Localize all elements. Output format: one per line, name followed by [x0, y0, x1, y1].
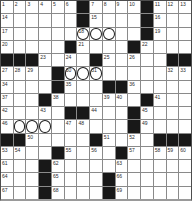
clue-number: 34	[2, 81, 8, 87]
cell[interactable]	[14, 107, 26, 119]
cell[interactable]: 18	[77, 28, 89, 40]
clue-number: 18	[78, 28, 84, 34]
black-cell	[39, 94, 51, 106]
cell[interactable]	[26, 14, 38, 26]
cell[interactable]	[52, 41, 64, 53]
black-cell	[141, 28, 153, 40]
cell[interactable]	[154, 41, 166, 53]
cell[interactable]	[14, 28, 26, 40]
black-cell	[167, 54, 179, 66]
clue-number: 31	[91, 67, 97, 73]
cell[interactable]: 59	[167, 147, 179, 159]
clue-number: 22	[142, 41, 148, 47]
clue-number: 43	[40, 107, 46, 113]
clue-number: 63	[117, 160, 123, 166]
cell[interactable]: 47	[65, 120, 77, 132]
cell[interactable]	[179, 173, 191, 185]
black-cell	[77, 1, 89, 13]
cell[interactable]: 36	[128, 81, 140, 93]
cell[interactable]	[141, 67, 153, 79]
circle-marker	[26, 120, 38, 132]
cell[interactable]: 6	[65, 1, 77, 13]
cell[interactable]	[179, 120, 191, 132]
cell[interactable]: 56	[90, 147, 102, 159]
cell[interactable]	[90, 160, 102, 172]
cell[interactable]	[77, 187, 89, 199]
cell[interactable]	[128, 187, 140, 199]
cell[interactable]: 50	[26, 134, 38, 146]
clue-number: 55	[66, 147, 72, 153]
clue-number: 50	[27, 134, 33, 140]
clue-number: 59	[168, 147, 174, 153]
cell[interactable]: 69	[116, 187, 128, 199]
clue-number: 7	[91, 1, 94, 7]
cell[interactable]: 40	[116, 94, 128, 106]
black-cell	[179, 134, 191, 146]
black-cell	[167, 134, 179, 146]
cell[interactable]	[39, 147, 51, 159]
cell[interactable]	[26, 41, 38, 53]
cell[interactable]: 24	[65, 54, 77, 66]
cell[interactable]	[14, 120, 26, 132]
cell[interactable]	[167, 187, 179, 199]
cell[interactable]: 60	[179, 147, 191, 159]
clue-number: 10	[129, 1, 135, 7]
cell[interactable]	[77, 173, 89, 185]
cell[interactable]	[14, 160, 26, 172]
cell[interactable]	[116, 28, 128, 40]
cell[interactable]	[103, 107, 115, 119]
cell[interactable]	[77, 147, 89, 159]
cell[interactable]	[26, 94, 38, 106]
cell[interactable]	[26, 81, 38, 93]
cell[interactable]: 21	[77, 41, 89, 53]
black-cell	[52, 81, 64, 93]
cell[interactable]	[26, 28, 38, 40]
cell[interactable]	[116, 107, 128, 119]
cell[interactable]	[141, 134, 153, 146]
clue-number: 19	[155, 28, 161, 34]
cell[interactable]	[167, 41, 179, 53]
cell[interactable]: 26	[128, 54, 140, 66]
clue-number: 69	[117, 187, 123, 193]
cell[interactable]: 19	[154, 28, 166, 40]
clue-number: 48	[78, 120, 84, 126]
black-cell	[65, 41, 77, 53]
cell[interactable]	[65, 14, 77, 26]
clue-number: 4	[40, 1, 43, 7]
black-cell	[103, 187, 115, 199]
cell[interactable]: 57	[128, 147, 140, 159]
cell[interactable]: 14	[1, 14, 13, 26]
cell[interactable]: 48	[77, 120, 89, 132]
cell[interactable]: 10	[128, 1, 140, 13]
clue-number: 35	[66, 81, 72, 87]
clue-number: 37	[2, 94, 8, 100]
crossword-puzzle: 1234567891011121314151617181920212223242…	[0, 0, 192, 201]
cell[interactable]	[52, 120, 64, 132]
cell[interactable]: 2	[14, 1, 26, 13]
black-cell	[39, 173, 51, 185]
clue-number: 62	[53, 160, 59, 166]
cell[interactable]	[52, 28, 64, 40]
cell[interactable]: 12	[167, 1, 179, 13]
cell[interactable]	[141, 187, 153, 199]
clue-number: 5	[53, 1, 56, 7]
clue-number: 12	[168, 1, 174, 7]
cell[interactable]	[39, 134, 51, 146]
clue-number: 25	[104, 54, 110, 60]
cell[interactable]: 1	[1, 1, 13, 13]
cell[interactable]: 53	[1, 147, 13, 159]
cell[interactable]	[154, 187, 166, 199]
clue-number: 32	[168, 67, 174, 73]
cell[interactable]	[154, 67, 166, 79]
cell[interactable]: 20	[1, 41, 13, 53]
cell[interactable]	[167, 28, 179, 40]
cell[interactable]	[14, 81, 26, 93]
cell[interactable]	[154, 160, 166, 172]
cell[interactable]: 51	[103, 134, 115, 146]
cell[interactable]: 44	[90, 107, 102, 119]
cell[interactable]	[90, 94, 102, 106]
black-cell	[154, 134, 166, 146]
clue-number: 16	[155, 14, 161, 20]
clue-number: 57	[129, 147, 135, 153]
clue-number: 8	[104, 1, 107, 7]
cell[interactable]	[141, 54, 153, 66]
cell[interactable]	[116, 41, 128, 53]
cell[interactable]	[116, 54, 128, 66]
clue-number: 38	[53, 94, 59, 100]
cell[interactable]	[14, 173, 26, 185]
clue-number: 49	[142, 120, 148, 126]
clue-number: 54	[15, 147, 21, 153]
cell[interactable]	[179, 14, 191, 26]
clue-number: 1	[2, 1, 5, 7]
cell[interactable]: 9	[116, 1, 128, 13]
cell[interactable]	[103, 41, 115, 53]
clue-number: 46	[2, 120, 8, 126]
cell[interactable]: 55	[65, 147, 77, 159]
cell[interactable]	[26, 107, 38, 119]
cell[interactable]: 66	[116, 173, 128, 185]
clue-number: 41	[155, 94, 161, 100]
cell[interactable]: 16	[154, 14, 166, 26]
black-cell	[77, 107, 89, 119]
clue-number: 67	[2, 187, 8, 193]
cell[interactable]	[103, 120, 115, 132]
cell[interactable]	[179, 107, 191, 119]
cell[interactable]	[179, 28, 191, 40]
cell[interactable]	[14, 41, 26, 53]
clue-number: 52	[129, 134, 135, 140]
cell[interactable]: 3	[26, 1, 38, 13]
clue-number: 27	[2, 67, 8, 73]
cell[interactable]	[103, 67, 115, 79]
cell[interactable]	[154, 81, 166, 93]
cell[interactable]	[179, 41, 191, 53]
black-cell	[52, 147, 64, 159]
cell[interactable]	[141, 173, 153, 185]
clue-number: 15	[91, 14, 97, 20]
cell[interactable]	[167, 81, 179, 93]
clue-number: 64	[2, 173, 8, 179]
cell[interactable]: 67	[1, 187, 13, 199]
black-cell	[116, 147, 128, 159]
clue-number: 56	[91, 147, 97, 153]
cell[interactable]	[167, 14, 179, 26]
cell[interactable]	[14, 14, 26, 26]
cell[interactable]	[179, 160, 191, 172]
clue-number: 58	[155, 147, 161, 153]
cell[interactable]	[154, 173, 166, 185]
cell[interactable]	[167, 173, 179, 185]
black-cell	[128, 107, 140, 119]
cell[interactable]: 22	[141, 41, 153, 53]
cell[interactable]	[128, 173, 140, 185]
cell[interactable]: 4	[39, 1, 51, 13]
crossword-grid: 1234567891011121314151617181920212223242…	[0, 0, 192, 201]
clue-number: 9	[117, 1, 120, 7]
cell[interactable]	[154, 107, 166, 119]
cell[interactable]: 58	[154, 147, 166, 159]
cell[interactable]	[77, 134, 89, 146]
clue-number: 14	[2, 14, 8, 20]
cell[interactable]: 7	[90, 1, 102, 13]
cell[interactable]	[26, 187, 38, 199]
clue-number: 6	[66, 1, 69, 7]
cell[interactable]: 52	[128, 134, 140, 146]
cell[interactable]	[65, 28, 77, 40]
clue-number: 29	[27, 67, 33, 73]
cell[interactable]	[179, 81, 191, 93]
cell[interactable]	[65, 94, 77, 106]
cell[interactable]	[52, 134, 64, 146]
cell[interactable]: 35	[65, 81, 77, 93]
cell[interactable]	[128, 14, 140, 26]
cell[interactable]	[14, 94, 26, 106]
cell[interactable]: 11	[154, 1, 166, 13]
cell[interactable]	[90, 81, 102, 93]
cell[interactable]	[116, 120, 128, 132]
clue-number: 28	[15, 67, 21, 73]
cell[interactable]	[39, 81, 51, 93]
black-cell	[77, 14, 89, 26]
cell[interactable]	[128, 28, 140, 40]
cell[interactable]: 39	[103, 94, 115, 106]
cell[interactable]	[90, 28, 102, 40]
cell[interactable]: 61	[1, 160, 13, 172]
black-cell	[179, 54, 191, 66]
clue-number: 39	[104, 94, 110, 100]
cell[interactable]: 23	[39, 54, 51, 66]
black-cell	[26, 54, 38, 66]
cell[interactable]	[39, 28, 51, 40]
cell[interactable]	[39, 14, 51, 26]
cell[interactable]: 46	[1, 120, 13, 132]
clue-number: 2	[15, 1, 18, 7]
clue-number: 53	[2, 147, 8, 153]
clue-number: 13	[180, 1, 186, 7]
black-cell	[14, 54, 26, 66]
clue-number: 11	[155, 1, 160, 7]
black-cell	[39, 187, 51, 199]
clue-number: 36	[129, 81, 135, 87]
black-cell	[141, 1, 153, 13]
black-cell	[90, 134, 102, 146]
cell[interactable]	[39, 120, 51, 132]
circle-marker	[77, 67, 89, 79]
cell[interactable]: 45	[141, 107, 153, 119]
black-cell	[128, 120, 140, 132]
cell[interactable]	[90, 187, 102, 199]
circle-marker	[39, 120, 51, 132]
cell[interactable]	[77, 160, 89, 172]
cell[interactable]	[65, 173, 77, 185]
cell[interactable]	[103, 147, 115, 159]
cell[interactable]: 68	[52, 187, 64, 199]
cell[interactable]	[154, 120, 166, 132]
cell[interactable]	[52, 107, 64, 119]
cell[interactable]: 38	[52, 94, 64, 106]
cell[interactable]	[128, 160, 140, 172]
cell[interactable]: 31	[90, 67, 102, 79]
cell[interactable]	[52, 54, 64, 66]
cell[interactable]	[90, 120, 102, 132]
cell[interactable]: 37	[1, 94, 13, 106]
clue-number: 61	[2, 160, 8, 166]
cell[interactable]: 62	[52, 160, 64, 172]
cell[interactable]	[167, 160, 179, 172]
cell[interactable]: 33	[179, 67, 191, 79]
cell[interactable]	[128, 67, 140, 79]
cell[interactable]	[26, 173, 38, 185]
cell[interactable]: 65	[52, 173, 64, 185]
cell[interactable]: 17	[1, 28, 13, 40]
cell[interactable]	[154, 54, 166, 66]
black-cell	[103, 173, 115, 185]
cell[interactable]: 49	[141, 120, 153, 132]
clue-number: 33	[180, 67, 186, 73]
circle-marker	[90, 28, 102, 40]
circle-marker	[14, 120, 26, 132]
cell[interactable]	[65, 134, 77, 146]
black-cell	[65, 107, 77, 119]
cell[interactable]	[179, 94, 191, 106]
cell[interactable]: 8	[103, 1, 115, 13]
cell[interactable]	[39, 67, 51, 79]
black-cell	[14, 134, 26, 146]
cell[interactable]	[167, 94, 179, 106]
cell[interactable]	[103, 160, 115, 172]
cell[interactable]: 30	[65, 67, 77, 79]
clue-number: 65	[53, 173, 59, 179]
cell[interactable]: 29	[26, 67, 38, 79]
clue-number: 20	[2, 41, 8, 47]
circle-marker	[103, 28, 115, 40]
clue-number: 42	[2, 107, 8, 113]
clue-number: 66	[117, 173, 123, 179]
cell[interactable]	[90, 173, 102, 185]
clue-number: 17	[2, 28, 8, 34]
cell[interactable]: 41	[154, 94, 166, 106]
cell[interactable]	[14, 187, 26, 199]
black-cell	[141, 14, 153, 26]
clue-number: 45	[142, 107, 148, 113]
cell[interactable]	[103, 28, 115, 40]
cell[interactable]	[26, 120, 38, 132]
clue-number: 47	[66, 120, 72, 126]
cell[interactable]: 15	[90, 14, 102, 26]
cell[interactable]: 28	[14, 67, 26, 79]
cell[interactable]	[65, 187, 77, 199]
cell[interactable]	[128, 94, 140, 106]
cell[interactable]	[77, 67, 89, 79]
cell[interactable]	[141, 81, 153, 93]
cell[interactable]	[179, 187, 191, 199]
clue-number: 24	[66, 54, 72, 60]
cell[interactable]	[77, 81, 89, 93]
cell[interactable]	[141, 147, 153, 159]
cell[interactable]: 64	[1, 173, 13, 185]
black-cell	[52, 67, 64, 79]
black-cell	[39, 160, 51, 172]
cell[interactable]	[77, 94, 89, 106]
cell[interactable]: 27	[1, 67, 13, 79]
cell[interactable]: 34	[1, 81, 13, 93]
cell[interactable]	[39, 41, 51, 53]
cell[interactable]: 32	[167, 67, 179, 79]
cell[interactable]	[77, 54, 89, 66]
cell[interactable]	[116, 134, 128, 146]
cell[interactable]: 13	[179, 1, 191, 13]
clue-number: 23	[40, 54, 46, 60]
cell[interactable]	[26, 160, 38, 172]
cell[interactable]	[52, 14, 64, 26]
cell[interactable]	[26, 147, 38, 159]
cell[interactable]: 42	[1, 107, 13, 119]
cell[interactable]	[103, 14, 115, 26]
cell[interactable]: 54	[14, 147, 26, 159]
black-cell	[141, 94, 153, 106]
cell[interactable]	[90, 41, 102, 53]
clue-number: 26	[129, 54, 135, 60]
cell[interactable]	[65, 160, 77, 172]
clue-number: 40	[117, 94, 123, 100]
clue-number: 51	[104, 134, 110, 140]
cell[interactable]: 63	[116, 160, 128, 172]
black-cell	[1, 134, 13, 146]
clue-number: 60	[180, 147, 186, 153]
cell[interactable]	[167, 120, 179, 132]
black-cell	[116, 81, 128, 93]
cell[interactable]: 25	[103, 54, 115, 66]
cell[interactable]: 43	[39, 107, 51, 119]
clue-number: 21	[78, 41, 84, 47]
black-cell	[103, 81, 115, 93]
black-cell	[128, 41, 140, 53]
cell[interactable]	[116, 67, 128, 79]
clue-number: 68	[53, 187, 59, 193]
clue-number: 30	[66, 67, 72, 73]
cell[interactable]	[116, 14, 128, 26]
cell[interactable]	[141, 160, 153, 172]
clue-number: 3	[27, 1, 30, 7]
cell[interactable]	[167, 107, 179, 119]
cell[interactable]: 5	[52, 1, 64, 13]
clue-number: 44	[91, 107, 97, 113]
